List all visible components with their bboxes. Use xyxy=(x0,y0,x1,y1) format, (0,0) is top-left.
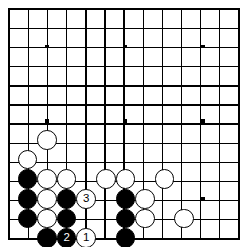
intersection-j6[interactable] xyxy=(155,130,175,150)
intersection-j11[interactable] xyxy=(155,37,175,56)
intersection-c13[interactable] xyxy=(37,0,57,18)
intersection-l1[interactable] xyxy=(194,228,212,247)
intersection-l6[interactable] xyxy=(194,130,212,150)
intersection-n6[interactable] xyxy=(230,130,247,150)
intersection-b10[interactable] xyxy=(18,56,38,75)
intersection-e1[interactable]: 1 xyxy=(76,228,96,247)
intersection-g5[interactable] xyxy=(116,150,136,170)
intersection-e8[interactable] xyxy=(76,93,96,112)
go-board: 321 xyxy=(0,0,247,247)
intersection-j12[interactable] xyxy=(155,18,175,37)
intersection-l11[interactable] xyxy=(194,37,212,56)
star-point xyxy=(45,45,48,48)
black-stone[interactable] xyxy=(57,189,77,209)
intersection-f5[interactable] xyxy=(96,150,116,170)
star-point xyxy=(201,119,204,122)
intersection-b3[interactable] xyxy=(18,189,38,209)
black-stone[interactable] xyxy=(116,228,136,247)
star-point xyxy=(201,197,204,200)
intersection-h13[interactable] xyxy=(135,0,155,18)
intersection-n11[interactable] xyxy=(230,37,247,56)
intersection-b7[interactable] xyxy=(18,112,38,131)
intersection-m3[interactable] xyxy=(212,189,230,209)
intersection-a10[interactable] xyxy=(0,56,18,75)
intersection-c8[interactable] xyxy=(37,93,57,112)
intersection-f12[interactable] xyxy=(96,18,116,37)
intersection-n7[interactable] xyxy=(230,112,247,131)
intersection-c2[interactable] xyxy=(37,209,57,229)
intersection-g2[interactable] xyxy=(116,209,136,229)
intersection-n12[interactable] xyxy=(230,18,247,37)
intersection-b6[interactable] xyxy=(18,130,38,150)
intersection-d4[interactable] xyxy=(57,169,77,189)
intersection-a8[interactable] xyxy=(0,93,18,112)
intersection-b1[interactable] xyxy=(18,228,38,247)
intersection-g7[interactable] xyxy=(116,112,136,131)
intersection-k3[interactable] xyxy=(174,189,194,209)
intersection-a5[interactable] xyxy=(0,150,18,170)
intersection-l7[interactable] xyxy=(194,112,212,131)
white-stone[interactable] xyxy=(37,169,57,189)
intersection-n10[interactable] xyxy=(230,56,247,75)
intersection-j2[interactable] xyxy=(155,209,175,229)
intersection-k1[interactable] xyxy=(174,228,194,247)
intersection-a12[interactable] xyxy=(0,18,18,37)
black-stone[interactable] xyxy=(116,189,136,209)
intersection-j1[interactable] xyxy=(155,228,175,247)
intersection-d5[interactable] xyxy=(57,150,77,170)
intersection-d11[interactable] xyxy=(57,37,77,56)
intersection-b13[interactable] xyxy=(18,0,38,18)
intersection-j9[interactable] xyxy=(155,74,175,93)
intersection-g12[interactable] xyxy=(116,18,136,37)
intersection-n9[interactable] xyxy=(230,74,247,93)
intersection-c5[interactable] xyxy=(37,150,57,170)
intersection-g11[interactable] xyxy=(116,37,136,56)
intersection-b11[interactable] xyxy=(18,37,38,56)
intersection-h2[interactable] xyxy=(135,209,155,229)
intersection-j7[interactable] xyxy=(155,112,175,131)
white-stone[interactable] xyxy=(57,169,77,189)
intersection-c10[interactable] xyxy=(37,56,57,75)
white-stone[interactable] xyxy=(37,189,57,209)
intersection-e13[interactable] xyxy=(76,0,96,18)
intersection-b5[interactable] xyxy=(18,150,38,170)
intersection-l12[interactable] xyxy=(194,18,212,37)
intersection-k12[interactable] xyxy=(174,18,194,37)
intersection-k7[interactable] xyxy=(174,112,194,131)
intersection-f10[interactable] xyxy=(96,56,116,75)
intersection-l9[interactable] xyxy=(194,74,212,93)
intersection-b2[interactable] xyxy=(18,209,38,229)
intersection-n8[interactable] xyxy=(230,93,247,112)
white-stone[interactable] xyxy=(174,209,194,229)
intersection-h10[interactable] xyxy=(135,56,155,75)
intersection-e11[interactable] xyxy=(76,37,96,56)
white-stone[interactable] xyxy=(135,209,155,229)
intersection-a11[interactable] xyxy=(0,37,18,56)
intersection-c3[interactable] xyxy=(37,189,57,209)
intersection-b12[interactable] xyxy=(18,18,38,37)
intersection-g9[interactable] xyxy=(116,74,136,93)
intersection-g3[interactable] xyxy=(116,189,136,209)
intersection-f13[interactable] xyxy=(96,0,116,18)
intersection-e2[interactable] xyxy=(76,209,96,229)
intersection-k6[interactable] xyxy=(174,130,194,150)
intersection-c12[interactable] xyxy=(37,18,57,37)
intersection-b9[interactable] xyxy=(18,74,38,93)
white-stone[interactable] xyxy=(116,169,136,189)
intersection-a3[interactable] xyxy=(0,189,18,209)
intersection-j3[interactable] xyxy=(155,189,175,209)
intersection-g4[interactable] xyxy=(116,169,136,189)
intersection-g6[interactable] xyxy=(116,130,136,150)
black-stone[interactable] xyxy=(18,209,38,229)
intersection-k5[interactable] xyxy=(174,150,194,170)
intersection-m4[interactable] xyxy=(212,169,230,189)
intersection-f11[interactable] xyxy=(96,37,116,56)
intersection-n1[interactable] xyxy=(230,228,247,247)
intersection-n3[interactable] xyxy=(230,189,247,209)
intersection-m13[interactable] xyxy=(212,0,230,18)
intersection-f9[interactable] xyxy=(96,74,116,93)
white-stone-move-1[interactable]: 1 xyxy=(76,228,96,247)
intersection-n13[interactable] xyxy=(230,0,247,18)
intersection-l5[interactable] xyxy=(194,150,212,170)
intersection-h7[interactable] xyxy=(135,112,155,131)
intersection-l8[interactable] xyxy=(194,93,212,112)
intersection-d3[interactable] xyxy=(57,189,77,209)
black-stone[interactable] xyxy=(18,169,38,189)
intersection-n4[interactable] xyxy=(230,169,247,189)
black-stone-move-2[interactable]: 2 xyxy=(57,228,77,247)
intersection-k4[interactable] xyxy=(174,169,194,189)
intersection-f4[interactable] xyxy=(96,169,116,189)
intersection-h9[interactable] xyxy=(135,74,155,93)
intersection-g8[interactable] xyxy=(116,93,136,112)
intersection-a7[interactable] xyxy=(0,112,18,131)
star-point xyxy=(201,45,204,48)
intersection-c11[interactable] xyxy=(37,37,57,56)
intersection-m12[interactable] xyxy=(212,18,230,37)
intersection-a6[interactable] xyxy=(0,130,18,150)
intersection-d12[interactable] xyxy=(57,18,77,37)
intersection-e4[interactable] xyxy=(76,169,96,189)
intersection-d6[interactable] xyxy=(57,130,77,150)
intersection-c4[interactable] xyxy=(37,169,57,189)
intersection-f7[interactable] xyxy=(96,112,116,131)
intersection-h4[interactable] xyxy=(135,169,155,189)
intersection-c6[interactable] xyxy=(37,130,57,150)
intersection-c9[interactable] xyxy=(37,74,57,93)
intersection-h1[interactable] xyxy=(135,228,155,247)
intersection-m8[interactable] xyxy=(212,93,230,112)
intersection-h12[interactable] xyxy=(135,18,155,37)
intersection-d10[interactable] xyxy=(57,56,77,75)
intersection-h8[interactable] xyxy=(135,93,155,112)
intersection-d2[interactable] xyxy=(57,209,77,229)
black-stone[interactable] xyxy=(37,228,57,247)
intersection-a1[interactable] xyxy=(0,228,18,247)
intersection-l3[interactable] xyxy=(194,189,212,209)
intersection-m7[interactable] xyxy=(212,112,230,131)
white-stone[interactable] xyxy=(155,169,175,189)
black-stone[interactable] xyxy=(18,189,38,209)
intersection-f3[interactable] xyxy=(96,189,116,209)
white-stone[interactable] xyxy=(37,130,57,150)
intersection-j4[interactable] xyxy=(155,169,175,189)
intersection-j8[interactable] xyxy=(155,93,175,112)
intersection-e7[interactable] xyxy=(76,112,96,131)
intersection-a13[interactable] xyxy=(0,0,18,18)
intersection-b4[interactable] xyxy=(18,169,38,189)
intersection-grid: 321 xyxy=(0,0,247,247)
intersection-e10[interactable] xyxy=(76,56,96,75)
intersection-m10[interactable] xyxy=(212,56,230,75)
intersection-m9[interactable] xyxy=(212,74,230,93)
black-stone[interactable] xyxy=(116,209,136,229)
intersection-e12[interactable] xyxy=(76,18,96,37)
intersection-l4[interactable] xyxy=(194,169,212,189)
intersection-d8[interactable] xyxy=(57,93,77,112)
intersection-m1[interactable] xyxy=(212,228,230,247)
intersection-m2[interactable] xyxy=(212,209,230,229)
intersection-m6[interactable] xyxy=(212,130,230,150)
intersection-f2[interactable] xyxy=(96,209,116,229)
intersection-e9[interactable] xyxy=(76,74,96,93)
intersection-l13[interactable] xyxy=(194,0,212,18)
intersection-d9[interactable] xyxy=(57,74,77,93)
star-point xyxy=(124,119,127,122)
intersection-d1[interactable]: 2 xyxy=(57,228,77,247)
intersection-k11[interactable] xyxy=(174,37,194,56)
intersection-m5[interactable] xyxy=(212,150,230,170)
intersection-g1[interactable] xyxy=(116,228,136,247)
intersection-k13[interactable] xyxy=(174,0,194,18)
intersection-h11[interactable] xyxy=(135,37,155,56)
intersection-k9[interactable] xyxy=(174,74,194,93)
intersection-j13[interactable] xyxy=(155,0,175,18)
intersection-j10[interactable] xyxy=(155,56,175,75)
intersection-h5[interactable] xyxy=(135,150,155,170)
intersection-m11[interactable] xyxy=(212,37,230,56)
star-point xyxy=(124,45,127,48)
intersection-d13[interactable] xyxy=(57,0,77,18)
intersection-k10[interactable] xyxy=(174,56,194,75)
intersection-b8[interactable] xyxy=(18,93,38,112)
intersection-l2[interactable] xyxy=(194,209,212,229)
intersection-a4[interactable] xyxy=(0,169,18,189)
intersection-e6[interactable] xyxy=(76,130,96,150)
intersection-j5[interactable] xyxy=(155,150,175,170)
intersection-g13[interactable] xyxy=(116,0,136,18)
intersection-c7[interactable] xyxy=(37,112,57,131)
intersection-d7[interactable] xyxy=(57,112,77,131)
intersection-f8[interactable] xyxy=(96,93,116,112)
white-stone[interactable] xyxy=(37,209,57,229)
intersection-a9[interactable] xyxy=(0,74,18,93)
intersection-a2[interactable] xyxy=(0,209,18,229)
white-stone[interactable] xyxy=(96,169,116,189)
star-point xyxy=(45,119,48,122)
intersection-l10[interactable] xyxy=(194,56,212,75)
intersection-n5[interactable] xyxy=(230,150,247,170)
black-stone[interactable] xyxy=(57,209,77,229)
intersection-f1[interactable] xyxy=(96,228,116,247)
intersection-g10[interactable] xyxy=(116,56,136,75)
white-stone-move-3[interactable]: 3 xyxy=(76,189,96,209)
intersection-n2[interactable] xyxy=(230,209,247,229)
intersection-k8[interactable] xyxy=(174,93,194,112)
white-stone[interactable] xyxy=(135,189,155,209)
intersection-e5[interactable] xyxy=(76,150,96,170)
intersection-k2[interactable] xyxy=(174,209,194,229)
white-stone[interactable] xyxy=(18,150,38,170)
intersection-e3[interactable]: 3 xyxy=(76,189,96,209)
intersection-c1[interactable] xyxy=(37,228,57,247)
intersection-h6[interactable] xyxy=(135,130,155,150)
intersection-h3[interactable] xyxy=(135,189,155,209)
intersection-f6[interactable] xyxy=(96,130,116,150)
